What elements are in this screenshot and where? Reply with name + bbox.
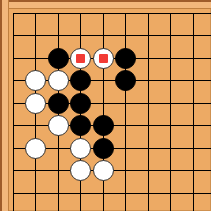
stone-white [25,138,46,159]
stone-black [115,70,136,91]
stone-white [48,70,69,91]
stone-black [70,70,91,91]
stone-black [48,93,69,114]
stone-black [115,48,136,69]
red-square-marker [76,54,85,63]
stone-white [25,93,46,114]
stones-layer [2,2,205,205]
stone-black [70,115,91,136]
stone-black [93,138,114,159]
stone-white-marked [93,48,114,69]
stone-white [93,160,114,181]
go-board [0,0,211,211]
stone-white [70,160,91,181]
stone-black [93,115,114,136]
stone-white [48,115,69,136]
stone-black [70,93,91,114]
stone-white-marked [70,48,91,69]
stone-white [25,70,46,91]
stone-white [70,138,91,159]
red-square-marker [99,54,108,63]
stone-black [48,48,69,69]
